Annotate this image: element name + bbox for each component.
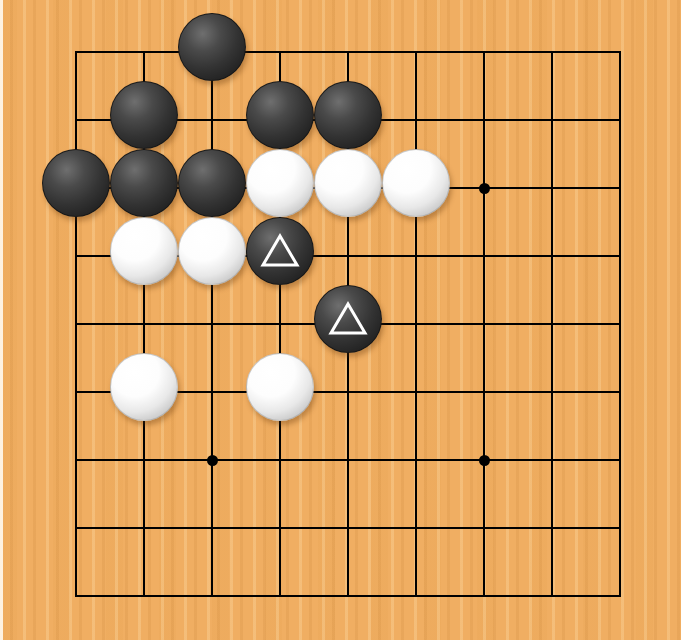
stone-layer — [42, 18, 654, 630]
triangle-mark-icon — [328, 301, 368, 337]
black-stone — [246, 81, 314, 149]
black-stone — [110, 149, 178, 217]
white-stone — [246, 149, 314, 217]
black-stone-triangle-marked — [246, 217, 314, 285]
black-stone — [314, 81, 382, 149]
white-stone — [178, 217, 246, 285]
black-stone — [178, 13, 246, 81]
white-stone — [246, 353, 314, 421]
black-stone — [110, 81, 178, 149]
white-stone — [110, 217, 178, 285]
go-board[interactable] — [0, 0, 681, 640]
star-point — [207, 455, 218, 466]
white-stone — [314, 149, 382, 217]
black-stone — [178, 149, 246, 217]
board-left-edge-highlight — [0, 0, 3, 640]
go-app-screen — [0, 0, 681, 640]
black-stone-triangle-marked — [314, 285, 382, 353]
white-stone — [110, 353, 178, 421]
white-stone — [382, 149, 450, 217]
star-point — [479, 183, 490, 194]
black-stone — [42, 149, 110, 217]
triangle-mark-icon — [260, 233, 300, 269]
star-point — [479, 455, 490, 466]
